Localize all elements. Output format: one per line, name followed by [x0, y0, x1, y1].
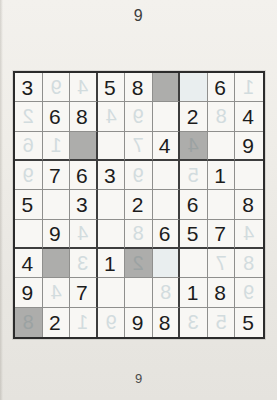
cell-r9c5[interactable]: 9 — [125, 308, 153, 337]
cell-r8c6[interactable]: 8 — [153, 278, 181, 307]
cell-r1c8[interactable]: 6 — [208, 73, 236, 102]
cell-r8c8[interactable]: 8 — [208, 278, 236, 307]
cell-r5c1[interactable]: 5 — [15, 190, 43, 219]
cell-r2c6[interactable] — [153, 102, 181, 131]
cell-r7c4[interactable]: 1 — [98, 249, 126, 278]
cell-r7c5[interactable]: 2 — [125, 249, 153, 278]
given-digit: 8 — [242, 194, 256, 215]
cell-r3c6[interactable]: 4 — [153, 132, 181, 161]
cell-r6c6[interactable]: 6 — [153, 220, 181, 249]
cell-r7c3[interactable]: 3 — [70, 249, 98, 278]
cell-r6c7[interactable]: 5 — [180, 220, 208, 249]
cell-r1c1[interactable]: 3 — [15, 73, 43, 102]
cell-r8c4[interactable] — [98, 278, 126, 307]
bleedthrough-digit: 1 — [43, 132, 70, 159]
cell-r2c3[interactable]: 8 — [70, 102, 98, 131]
cell-r7c8[interactable]: 7 — [208, 249, 236, 278]
cell-r4c2[interactable]: 7 — [43, 161, 71, 190]
cell-r5c2[interactable] — [43, 190, 71, 219]
cell-r8c5[interactable] — [125, 278, 153, 307]
cell-r7c7[interactable] — [180, 249, 208, 278]
bleedthrough-digit: 4 — [70, 73, 96, 101]
cell-r3c1[interactable]: 6 — [15, 132, 43, 161]
cell-r3c3[interactable] — [70, 132, 98, 161]
cell-r6c4[interactable] — [98, 220, 126, 249]
bleedthrough-digit: 8 — [208, 102, 235, 130]
bleedthrough-digit: 4 — [98, 102, 125, 130]
cell-r2c9[interactable]: 4 — [235, 102, 263, 131]
cell-r5c5[interactable]: 2 — [125, 190, 153, 219]
bleedthrough-digit: 3 — [70, 249, 96, 277]
cell-r3c2[interactable]: 1 — [43, 132, 71, 161]
cell-r7c6[interactable] — [153, 249, 181, 278]
cell-r9c1[interactable]: 8 — [15, 308, 43, 337]
given-digit: 5 — [104, 77, 118, 98]
given-digit: 7 — [214, 223, 228, 244]
given-digit: 8 — [132, 77, 146, 98]
bleedthrough-digit: 3 — [180, 308, 207, 337]
cell-r1c2[interactable]: 9 — [43, 73, 71, 102]
bleedthrough-digit: 9 — [125, 102, 152, 130]
cell-r6c8[interactable]: 7 — [208, 220, 236, 249]
cell-r3c9[interactable]: 9 — [235, 132, 263, 161]
bleedthrough-digit: 8 — [15, 308, 42, 337]
given-digit: 6 — [214, 77, 228, 98]
given-digit: 2 — [132, 194, 146, 215]
cell-r7c1[interactable]: 4 — [15, 249, 43, 278]
cell-r1c6[interactable] — [153, 73, 181, 102]
bleedthrough-digit: 9 — [235, 278, 263, 306]
given-digit: 9 — [21, 282, 35, 303]
cell-r8c3[interactable]: 7 — [70, 278, 98, 307]
given-digit: 5 — [21, 194, 35, 215]
given-digit: 3 — [104, 165, 118, 186]
bleedthrough-digit: 8 — [125, 220, 152, 247]
cell-r2c5[interactable]: 9 — [125, 102, 153, 131]
cell-r2c1[interactable]: 2 — [15, 102, 43, 131]
cell-r6c9[interactable]: 4 — [235, 220, 263, 249]
bleedthrough-digit: 9 — [98, 308, 125, 337]
cell-r2c2[interactable]: 6 — [43, 102, 71, 131]
book-page: 9 39458612684928461744997639515326894865… — [0, 0, 277, 400]
given-digit: 5 — [242, 312, 256, 333]
cell-r4c1[interactable]: 9 — [15, 161, 43, 190]
given-digit: 4 — [21, 253, 35, 274]
given-digit: 9 — [49, 223, 63, 244]
given-digit: 8 — [76, 106, 90, 127]
bleedthrough-digit: 1 — [235, 73, 263, 101]
given-digit: 8 — [159, 312, 173, 333]
cell-r1c4[interactable]: 5 — [98, 73, 126, 102]
cell-r4c4[interactable]: 3 — [98, 161, 126, 190]
cell-r5c3[interactable]: 3 — [70, 190, 98, 219]
cell-r9c2[interactable]: 2 — [43, 308, 71, 337]
given-digit: 9 — [242, 135, 256, 156]
bleedthrough-digit: 7 — [125, 132, 152, 159]
bleedthrough-digit: 5 — [180, 161, 207, 189]
cell-r4c3[interactable]: 6 — [70, 161, 98, 190]
bleedthrough-digit: 4 — [180, 132, 207, 159]
bleedthrough-digit: 7 — [208, 249, 235, 277]
cell-r5c8[interactable] — [208, 190, 236, 219]
given-digit: 7 — [49, 165, 63, 186]
cell-r8c9[interactable]: 9 — [235, 278, 263, 307]
given-digit: 9 — [132, 312, 146, 333]
given-digit: 1 — [104, 253, 118, 274]
bleedthrough-digit: 4 — [70, 220, 96, 247]
given-digit: 6 — [76, 165, 90, 186]
bleedthrough-digit: 8 — [153, 278, 179, 306]
cell-r9c9[interactable]: 5 — [235, 308, 263, 337]
cell-r4c9[interactable] — [235, 161, 263, 190]
cell-r3c5[interactable]: 7 — [125, 132, 153, 161]
given-digit: 7 — [76, 282, 90, 303]
cell-r9c7[interactable]: 3 — [180, 308, 208, 337]
page-number-bottom: 9 — [0, 371, 277, 386]
cell-r8c1[interactable]: 9 — [15, 278, 43, 307]
cell-r4c8[interactable]: 1 — [208, 161, 236, 190]
bleedthrough-digit: 6 — [15, 132, 42, 159]
cell-r4c5[interactable]: 9 — [125, 161, 153, 190]
given-digit: 3 — [21, 77, 35, 98]
bleedthrough-digit: 2 — [15, 102, 42, 130]
cell-r5c4[interactable] — [98, 190, 126, 219]
cell-r1c3[interactable]: 4 — [70, 73, 98, 102]
bleedthrough-digit: 2 — [125, 249, 152, 277]
cell-r9c3[interactable]: 1 — [70, 308, 98, 337]
given-digit: 2 — [49, 312, 63, 333]
given-digit: 6 — [159, 223, 173, 244]
bleedthrough-digit: 9 — [15, 161, 42, 189]
given-digit: 3 — [76, 194, 90, 215]
cell-r2c7[interactable]: 2 — [180, 102, 208, 131]
cell-r5c6[interactable] — [153, 190, 181, 219]
given-digit: 4 — [242, 106, 256, 127]
cell-r6c2[interactable]: 9 — [43, 220, 71, 249]
bleedthrough-digit: 4 — [235, 220, 263, 247]
cell-r3c7[interactable]: 4 — [180, 132, 208, 161]
cell-r6c5[interactable]: 8 — [125, 220, 153, 249]
cell-r9c6[interactable]: 8 — [153, 308, 181, 337]
given-digit: 8 — [214, 282, 228, 303]
cell-r5c7[interactable]: 6 — [180, 190, 208, 219]
cell-r1c9[interactable]: 1 — [235, 73, 263, 102]
cell-r8c7[interactable]: 1 — [180, 278, 208, 307]
puzzle-number-top: 9 — [0, 7, 277, 25]
bleedthrough-digit: 4 — [43, 278, 70, 306]
cell-r5c9[interactable]: 8 — [235, 190, 263, 219]
cell-r1c7[interactable] — [180, 73, 208, 102]
cell-r3c4[interactable] — [98, 132, 126, 161]
cell-r8c2[interactable]: 4 — [43, 278, 71, 307]
cell-r2c8[interactable]: 8 — [208, 102, 236, 131]
bleedthrough-digit: 8 — [235, 249, 263, 277]
cell-r2c4[interactable]: 4 — [98, 102, 126, 131]
given-digit: 5 — [187, 223, 201, 244]
bleedthrough-digit: 9 — [43, 73, 70, 101]
cell-r4c7[interactable]: 5 — [180, 161, 208, 190]
bleedthrough-digit: 5 — [208, 308, 235, 337]
bleedthrough-digit: 1 — [70, 308, 96, 337]
cell-r4c6[interactable] — [153, 161, 181, 190]
cell-r7c2[interactable] — [43, 249, 71, 278]
bleedthrough-digit: 9 — [125, 161, 152, 189]
cell-r6c1[interactable] — [15, 220, 43, 249]
given-digit: 1 — [214, 165, 228, 186]
cell-r1c5[interactable]: 8 — [125, 73, 153, 102]
cell-r9c8[interactable]: 5 — [208, 308, 236, 337]
cell-r9c4[interactable]: 9 — [98, 308, 126, 337]
given-digit: 1 — [187, 282, 201, 303]
cell-r3c8[interactable] — [208, 132, 236, 161]
given-digit: 2 — [187, 106, 201, 127]
given-digit: 6 — [49, 106, 63, 127]
sudoku-grid: 3945861268492846174499763951532689486574… — [13, 71, 265, 339]
given-digit: 4 — [159, 135, 173, 156]
cell-r7c9[interactable]: 8 — [235, 249, 263, 278]
given-digit: 6 — [187, 194, 201, 215]
cell-r6c3[interactable]: 4 — [70, 220, 98, 249]
